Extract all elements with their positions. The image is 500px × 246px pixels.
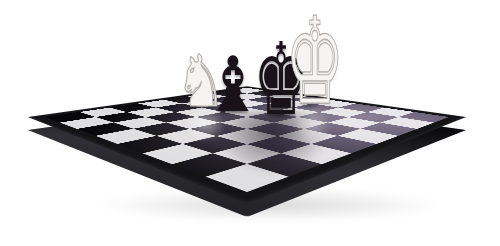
piece-white-king-c8[interactable]: ♚ — [285, 2, 335, 122]
product-photo: ♞♝♚♚ — [0, 0, 500, 246]
